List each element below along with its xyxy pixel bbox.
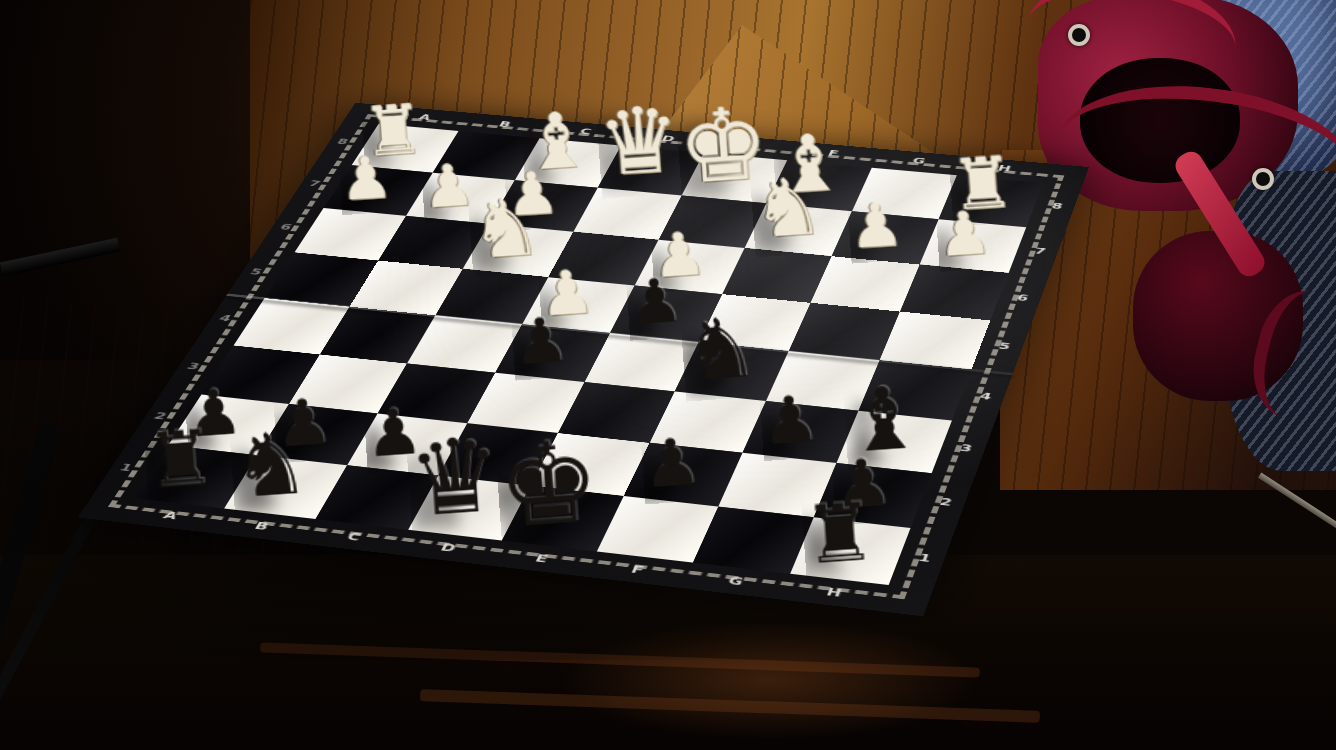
coord-label-7: 7 [1033, 246, 1048, 257]
photo-scene: ♜♝♛♚♝♜♟♟♟♞♟♟♞♟♟♟♟♞♟♝♟♟♟♟♟♜♞♛♚♜ AA88BB77C… [0, 0, 1336, 750]
black-knight-f4[interactable]: ♞ [679, 305, 760, 394]
square-g6[interactable] [811, 256, 920, 311]
white-pawn-h7[interactable]: ♟ [935, 202, 993, 266]
black-queen-d1[interactable]: ♛ [404, 424, 503, 533]
black-rook-h1[interactable]: ♜ [800, 491, 877, 576]
square-b1[interactable]: ♞ [224, 455, 347, 519]
black-pawn-e5[interactable]: ♟ [625, 270, 684, 335]
black-rook-a1[interactable]: ♜ [142, 419, 216, 500]
white-knight-f7[interactable]: ♞ [749, 166, 826, 250]
square-g5[interactable] [789, 303, 900, 360]
black-pawn-d4[interactable]: ♟ [510, 309, 570, 375]
black-king-e1[interactable]: ♚ [493, 424, 602, 544]
black-pawn-f2[interactable]: ♟ [640, 429, 703, 498]
chess-board-wrapper: ♜♝♛♚♝♜♟♟♟♞♟♟♞♟♟♟♟♞♟♝♟♟♟♟♟♜♞♛♚♜ AA88BB77C… [311, 34, 909, 632]
square-h1[interactable]: ♜ [790, 517, 910, 585]
bag-grommet [1068, 24, 1090, 46]
coord-label-6: 6 [1015, 292, 1030, 303]
coord-label-8: 8 [1050, 201, 1065, 211]
white-pawn-g7[interactable]: ♟ [846, 194, 904, 258]
bag-grommet [1252, 168, 1274, 190]
black-knight-b1[interactable]: ♞ [228, 420, 311, 512]
white-knight-c6[interactable]: ♞ [467, 187, 544, 271]
black-pawn-g3[interactable]: ♟ [758, 387, 820, 455]
white-pawn-a7[interactable]: ♟ [337, 148, 393, 210]
square-c4[interactable] [407, 315, 522, 372]
